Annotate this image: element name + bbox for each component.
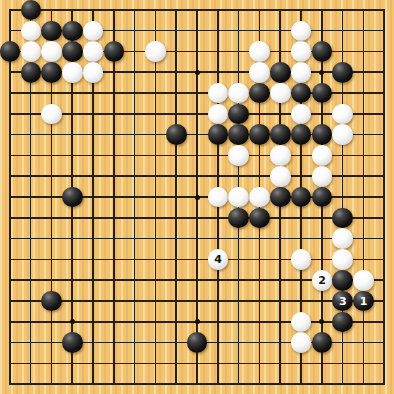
white-stone [249, 41, 270, 62]
white-stone [291, 62, 312, 83]
black-stone [332, 62, 353, 83]
black-stone [249, 83, 270, 104]
white-stone [83, 21, 104, 42]
black-stone [332, 312, 353, 333]
star-point [195, 70, 200, 75]
white-stone [208, 187, 229, 208]
black-stone [62, 21, 83, 42]
star-point [319, 319, 324, 324]
black-stone [312, 187, 333, 208]
black-stone [21, 62, 42, 83]
black-stone [166, 124, 187, 145]
white-stone [312, 145, 333, 166]
black-stone [228, 104, 249, 125]
white-stone [270, 166, 291, 187]
white-stone [228, 83, 249, 104]
black-stone [104, 41, 125, 62]
black-stone [312, 83, 333, 104]
white-stone [208, 83, 229, 104]
white-stone [291, 21, 312, 42]
black-stone [270, 62, 291, 83]
black-stone [187, 332, 208, 353]
black-stone [62, 187, 83, 208]
white-stone [332, 124, 353, 145]
black-stone [208, 124, 229, 145]
black-stone [291, 187, 312, 208]
numbered-move-stone-white: 4 [208, 249, 229, 270]
numbered-move-stone-black: 3 [332, 291, 353, 312]
white-stone [291, 104, 312, 125]
black-stone [41, 62, 62, 83]
numbered-move-stone-white: 2 [312, 270, 333, 291]
white-stone [83, 62, 104, 83]
black-stone [312, 41, 333, 62]
black-stone [228, 124, 249, 145]
board-grid: 4231 [0, 0, 394, 394]
white-stone [228, 187, 249, 208]
white-stone [312, 166, 333, 187]
white-stone [353, 270, 374, 291]
black-stone [228, 208, 249, 229]
black-stone [312, 332, 333, 353]
white-stone [145, 41, 166, 62]
black-stone [270, 187, 291, 208]
black-stone [332, 208, 353, 229]
black-stone [41, 291, 62, 312]
white-stone [249, 187, 270, 208]
white-stone [291, 41, 312, 62]
black-stone [62, 41, 83, 62]
black-stone [41, 21, 62, 42]
black-stone [291, 124, 312, 145]
white-stone [332, 249, 353, 270]
white-stone [249, 62, 270, 83]
white-stone [41, 41, 62, 62]
white-stone [208, 104, 229, 125]
black-stone [0, 41, 20, 62]
white-stone [21, 41, 42, 62]
star-point [195, 195, 200, 200]
white-stone [21, 21, 42, 42]
black-stone [249, 208, 270, 229]
white-stone [41, 104, 62, 125]
white-stone [62, 62, 83, 83]
black-stone [270, 124, 291, 145]
star-point [70, 319, 75, 324]
white-stone [332, 104, 353, 125]
white-stone [83, 41, 104, 62]
white-stone [270, 145, 291, 166]
star-point [195, 319, 200, 324]
white-stone [332, 228, 353, 249]
white-stone [291, 332, 312, 353]
white-stone [291, 249, 312, 270]
black-stone [249, 124, 270, 145]
go-board[interactable]: 4231 [0, 0, 394, 394]
black-stone [291, 83, 312, 104]
star-point [319, 70, 324, 75]
white-stone [291, 312, 312, 333]
black-stone [21, 0, 42, 20]
black-stone [62, 332, 83, 353]
white-stone [228, 145, 249, 166]
black-stone [312, 124, 333, 145]
white-stone [270, 83, 291, 104]
numbered-move-stone-black: 1 [353, 291, 374, 312]
black-stone [332, 270, 353, 291]
